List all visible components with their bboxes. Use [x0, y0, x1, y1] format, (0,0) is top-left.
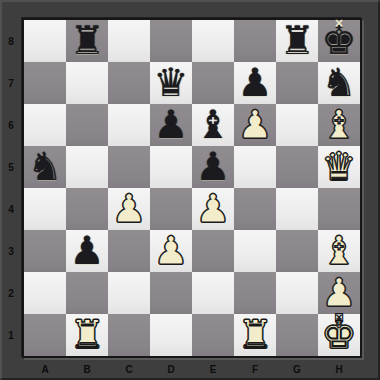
file-label-a: A: [24, 360, 66, 378]
black-pawn-piece: ♟: [66, 230, 108, 272]
rank-label-7: 7: [0, 62, 22, 104]
square-a1[interactable]: [24, 314, 66, 356]
file-label-b: B: [66, 360, 108, 378]
rank-label-6: 6: [0, 104, 22, 146]
white-pawn-piece: ♟: [108, 188, 150, 230]
square-g4[interactable]: [276, 188, 318, 230]
square-a5[interactable]: ♞: [24, 146, 66, 188]
white-pawn-piece: ♟: [318, 272, 360, 314]
square-g7[interactable]: [276, 62, 318, 104]
white-pawn-piece: ♟: [150, 230, 192, 272]
square-b7[interactable]: [66, 62, 108, 104]
square-a3[interactable]: [24, 230, 66, 272]
black-pawn-piece: ♟: [150, 104, 192, 146]
square-e1[interactable]: [192, 314, 234, 356]
rank-label-8: 8: [0, 20, 22, 62]
square-b5[interactable]: [66, 146, 108, 188]
square-a8[interactable]: [24, 20, 66, 62]
square-h6[interactable]: ♝: [318, 104, 360, 146]
square-b2[interactable]: [66, 272, 108, 314]
square-d1[interactable]: [150, 314, 192, 356]
square-d6[interactable]: ♟: [150, 104, 192, 146]
black-pawn-piece: ♟: [234, 62, 276, 104]
file-label-g: G: [276, 360, 318, 378]
square-e4[interactable]: ♟: [192, 188, 234, 230]
square-c2[interactable]: [108, 272, 150, 314]
square-g8[interactable]: ♜: [276, 20, 318, 62]
square-c8[interactable]: [108, 20, 150, 62]
file-label-e: E: [192, 360, 234, 378]
white-bishop-piece: ♝: [318, 230, 360, 272]
square-f1[interactable]: ♜: [234, 314, 276, 356]
square-h1[interactable]: ♚⊠: [318, 314, 360, 356]
square-d3[interactable]: ♟: [150, 230, 192, 272]
square-c3[interactable]: [108, 230, 150, 272]
square-f8[interactable]: [234, 20, 276, 62]
square-c5[interactable]: [108, 146, 150, 188]
square-d2[interactable]: [150, 272, 192, 314]
file-label-h: H: [318, 360, 360, 378]
square-b1[interactable]: ♜: [66, 314, 108, 356]
square-g6[interactable]: [276, 104, 318, 146]
square-f2[interactable]: [234, 272, 276, 314]
rank-label-4: 4: [0, 188, 22, 230]
square-e8[interactable]: [192, 20, 234, 62]
square-a2[interactable]: [24, 272, 66, 314]
square-b3[interactable]: ♟: [66, 230, 108, 272]
file-label-c: C: [108, 360, 150, 378]
square-d7[interactable]: ♛: [150, 62, 192, 104]
black-rook-piece: ♜: [276, 20, 318, 62]
rank-labels: 87654321: [0, 20, 22, 356]
square-c7[interactable]: [108, 62, 150, 104]
square-a4[interactable]: [24, 188, 66, 230]
rank-label-3: 3: [0, 230, 22, 272]
file-label-d: D: [150, 360, 192, 378]
chess-board: ♜♜♚×♛♟♞♟♝♟♝♞♟♛♟♟♟♟♝♟♜♜♚⊠: [22, 18, 362, 358]
white-bishop-piece: ♝: [318, 104, 360, 146]
square-h4[interactable]: [318, 188, 360, 230]
chess-board-frame: 87654321 ♜♜♚×♛♟♞♟♝♟♝♞♟♛♟♟♟♟♝♟♜♜♚⊠ ABCDEF…: [0, 0, 380, 380]
square-a7[interactable]: [24, 62, 66, 104]
rank-label-5: 5: [0, 146, 22, 188]
square-c6[interactable]: [108, 104, 150, 146]
rank-label-2: 2: [0, 272, 22, 314]
black-knight-piece: ♞: [318, 62, 360, 104]
square-g3[interactable]: [276, 230, 318, 272]
white-pawn-piece: ♟: [192, 188, 234, 230]
black-knight-piece: ♞: [24, 146, 66, 188]
square-f4[interactable]: [234, 188, 276, 230]
square-e6[interactable]: ♝: [192, 104, 234, 146]
file-labels: ABCDEFGH: [24, 360, 360, 378]
rank-label-1: 1: [0, 314, 22, 356]
black-queen-piece: ♛: [150, 62, 192, 104]
square-h7[interactable]: ♞: [318, 62, 360, 104]
square-b6[interactable]: [66, 104, 108, 146]
square-g1[interactable]: [276, 314, 318, 356]
square-e5[interactable]: ♟: [192, 146, 234, 188]
black-pawn-piece: ♟: [192, 146, 234, 188]
square-d5[interactable]: [150, 146, 192, 188]
square-h3[interactable]: ♝: [318, 230, 360, 272]
black-rook-piece: ♜: [66, 20, 108, 62]
square-e3[interactable]: [192, 230, 234, 272]
square-e2[interactable]: [192, 272, 234, 314]
square-e7[interactable]: [192, 62, 234, 104]
square-g5[interactable]: [276, 146, 318, 188]
square-h8[interactable]: ♚×: [318, 20, 360, 62]
white-pawn-piece: ♟: [234, 104, 276, 146]
square-f6[interactable]: ♟: [234, 104, 276, 146]
square-d8[interactable]: [150, 20, 192, 62]
square-h5[interactable]: ♛: [318, 146, 360, 188]
square-a6[interactable]: [24, 104, 66, 146]
square-g2[interactable]: [276, 272, 318, 314]
white-king-piece: ♚: [318, 314, 360, 356]
square-f3[interactable]: [234, 230, 276, 272]
white-rook-piece: ♜: [234, 314, 276, 356]
square-f7[interactable]: ♟: [234, 62, 276, 104]
square-c4[interactable]: ♟: [108, 188, 150, 230]
square-b4[interactable]: [66, 188, 108, 230]
king-x-marker: ×: [334, 17, 344, 29]
file-label-f: F: [234, 360, 276, 378]
white-queen-piece: ♛: [318, 146, 360, 188]
square-b8[interactable]: ♜: [66, 20, 108, 62]
square-h2[interactable]: ♟: [318, 272, 360, 314]
white-rook-piece: ♜: [66, 314, 108, 356]
black-king-piece: ♚: [318, 20, 360, 62]
square-c1[interactable]: [108, 314, 150, 356]
square-d4[interactable]: [150, 188, 192, 230]
square-f5[interactable]: [234, 146, 276, 188]
black-bishop-piece: ♝: [192, 104, 234, 146]
